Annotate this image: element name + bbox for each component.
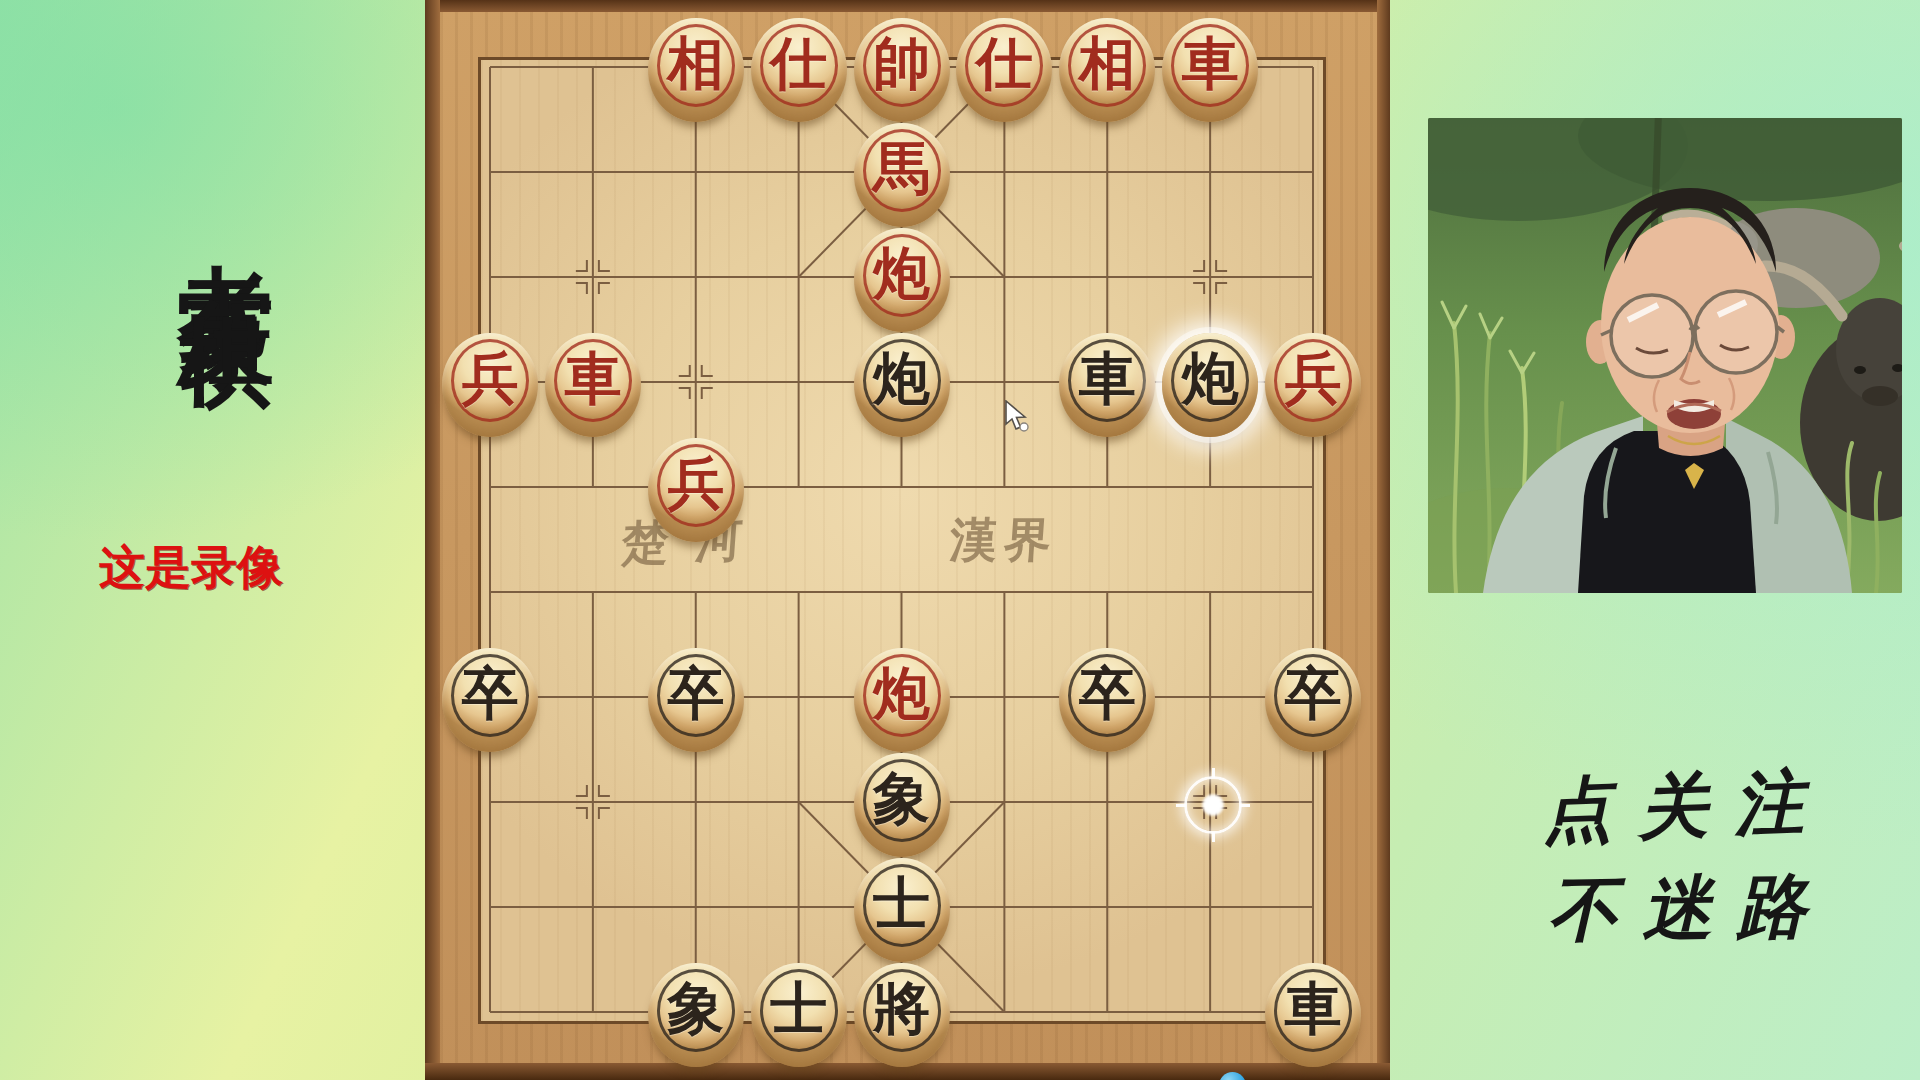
piece-glyph: 兵 bbox=[1265, 334, 1361, 424]
piece-glyph: 馬 bbox=[854, 124, 950, 214]
piece-red-兵-f0r3[interactable]: 兵 bbox=[442, 333, 538, 437]
piece-glyph: 象 bbox=[854, 754, 950, 844]
piece-glyph: 將 bbox=[854, 964, 950, 1054]
piece-black-將-f4r9[interactable]: 將 bbox=[854, 963, 950, 1067]
piece-black-象-f4r7[interactable]: 象 bbox=[854, 753, 950, 857]
piece-glyph: 仕 bbox=[956, 19, 1052, 109]
piece-glyph: 兵 bbox=[442, 334, 538, 424]
piece-glyph: 帥 bbox=[854, 19, 950, 109]
piece-glyph: 象 bbox=[648, 964, 744, 1054]
piece-red-炮-f4r6[interactable]: 炮 bbox=[854, 648, 950, 752]
piece-red-仕-f3r0[interactable]: 仕 bbox=[751, 18, 847, 122]
stream-frame: 老雷象棋 这是录像 楚河 漢界 相仕帥仕相車馬炮兵車炮車炮兵兵卒卒炮卒卒象士象士… bbox=[0, 0, 1920, 1080]
piece-black-車-f6r3[interactable]: 車 bbox=[1059, 333, 1155, 437]
piece-glyph: 炮 bbox=[1162, 334, 1258, 424]
piece-glyph: 兵 bbox=[648, 439, 744, 529]
piece-glyph: 卒 bbox=[1059, 649, 1155, 739]
piece-black-卒-f8r6[interactable]: 卒 bbox=[1265, 648, 1361, 752]
piece-glyph: 仕 bbox=[751, 19, 847, 109]
piece-glyph: 士 bbox=[854, 859, 950, 949]
piece-black-車-f8r9[interactable]: 車 bbox=[1265, 963, 1361, 1067]
piece-black-士-f4r8[interactable]: 士 bbox=[854, 858, 950, 962]
piece-glyph: 炮 bbox=[854, 649, 950, 739]
piece-glyph: 相 bbox=[648, 19, 744, 109]
caption-follow: 点关注 bbox=[1540, 755, 1831, 859]
piece-red-帥-f4r0[interactable]: 帥 bbox=[854, 18, 950, 122]
piece-red-炮-f4r2[interactable]: 炮 bbox=[854, 228, 950, 332]
piece-glyph: 車 bbox=[1265, 964, 1361, 1054]
piece-glyph: 車 bbox=[545, 334, 641, 424]
streamer-webcam bbox=[1428, 118, 1902, 593]
piece-black-卒-f2r6[interactable]: 卒 bbox=[648, 648, 744, 752]
piece-glyph: 士 bbox=[751, 964, 847, 1054]
mouse-cursor bbox=[1004, 400, 1034, 434]
piece-red-相-f6r0[interactable]: 相 bbox=[1059, 18, 1155, 122]
piece-glyph: 車 bbox=[1059, 334, 1155, 424]
piece-black-卒-f0r6[interactable]: 卒 bbox=[442, 648, 538, 752]
piece-black-卒-f6r6[interactable]: 卒 bbox=[1059, 648, 1155, 752]
piece-red-車-f7r0[interactable]: 車 bbox=[1162, 18, 1258, 122]
piece-glyph: 炮 bbox=[854, 229, 950, 319]
piece-red-車-f1r3[interactable]: 車 bbox=[545, 333, 641, 437]
piece-glyph: 車 bbox=[1162, 19, 1258, 109]
piece-glyph: 相 bbox=[1059, 19, 1155, 109]
piece-glyph: 卒 bbox=[648, 649, 744, 739]
piece-glyph: 卒 bbox=[1265, 649, 1361, 739]
piece-red-馬-f4r1[interactable]: 馬 bbox=[854, 123, 950, 227]
piece-glyph: 卒 bbox=[442, 649, 538, 739]
piece-black-炮-f4r3[interactable]: 炮 bbox=[854, 333, 950, 437]
piece-red-兵-f8r3[interactable]: 兵 bbox=[1265, 333, 1361, 437]
piece-red-仕-f5r0[interactable]: 仕 bbox=[956, 18, 1052, 122]
caption-dont-get-lost: 不迷路 bbox=[1547, 860, 1831, 959]
piece-black-象-f2r9[interactable]: 象 bbox=[648, 963, 744, 1067]
piece-glyph: 炮 bbox=[854, 334, 950, 424]
piece-red-兵-f2r4[interactable]: 兵 bbox=[648, 438, 744, 542]
piece-red-相-f2r0[interactable]: 相 bbox=[648, 18, 744, 122]
piece-black-炮-f7r3[interactable]: 炮 bbox=[1162, 333, 1258, 437]
piece-black-士-f3r9[interactable]: 士 bbox=[751, 963, 847, 1067]
